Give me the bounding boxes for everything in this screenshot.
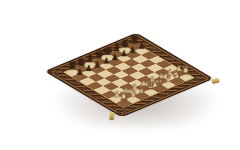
white-rook: ♜ <box>118 91 130 103</box>
black-pawn: ♟ <box>74 68 86 77</box>
carved-rosette <box>116 110 129 116</box>
carved-rosette <box>47 69 60 75</box>
product-photo: ♜♞♝♛♚♝♞♜♟♟♟♟♟♟♟♟♟♟♟♟♟♟♟♟♜♞♝♛♚♝♞♜ <box>0 0 240 150</box>
